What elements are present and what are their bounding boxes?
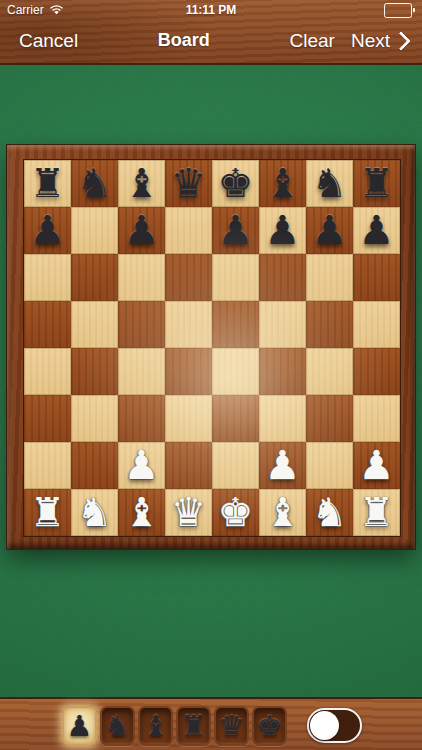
tray-bishop-button[interactable]: ♝: [138, 706, 173, 746]
square-a1[interactable]: ♜: [24, 489, 71, 536]
black-queen: ♛: [171, 160, 207, 207]
square-b2[interactable]: [71, 442, 118, 489]
white-king: ♚: [218, 489, 254, 536]
white-rook: ♜: [359, 489, 395, 536]
tray-pawn-button[interactable]: ♟: [62, 706, 97, 746]
square-b7[interactable]: [71, 207, 118, 254]
square-h1[interactable]: ♜: [353, 489, 400, 536]
square-a3[interactable]: [24, 395, 71, 442]
square-f5[interactable]: [259, 301, 306, 348]
square-c7[interactable]: ♟: [118, 207, 165, 254]
square-e7[interactable]: ♟: [212, 207, 259, 254]
square-g6[interactable]: [306, 254, 353, 301]
black-king-icon: ♚: [257, 708, 283, 744]
black-rook-icon: ♜: [181, 708, 207, 744]
black-pawn: ♟: [218, 207, 254, 254]
square-g2[interactable]: [306, 442, 353, 489]
square-h5[interactable]: [353, 301, 400, 348]
black-queen-icon: ♛: [219, 708, 245, 744]
square-h8[interactable]: ♜: [353, 160, 400, 207]
next-button-label[interactable]: Next: [346, 26, 390, 56]
square-h3[interactable]: [353, 395, 400, 442]
square-e8[interactable]: ♚: [212, 160, 259, 207]
clear-button[interactable]: Clear: [285, 26, 340, 56]
square-h6[interactable]: [353, 254, 400, 301]
board-frame: ♜♞♝♛♚♝♞♜♟♟♟♟♟♟♟♟♟♜♞♝♛♚♝♞♜: [7, 145, 415, 549]
square-f3[interactable]: [259, 395, 306, 442]
square-d5[interactable]: [165, 301, 212, 348]
square-g1[interactable]: ♞: [306, 489, 353, 536]
clock: 11:11 PM: [127, 3, 295, 17]
square-e2[interactable]: [212, 442, 259, 489]
tray-king-button[interactable]: ♚: [252, 706, 287, 746]
square-e3[interactable]: [212, 395, 259, 442]
white-pawn: ♟: [124, 442, 160, 489]
square-g7[interactable]: ♟: [306, 207, 353, 254]
square-g4[interactable]: [306, 348, 353, 395]
white-pawn: ♟: [265, 442, 301, 489]
header: Carrier 11:11 PM Cancel Board Clear Next: [0, 0, 422, 65]
square-d1[interactable]: ♛: [165, 489, 212, 536]
square-a8[interactable]: ♜: [24, 160, 71, 207]
square-c8[interactable]: ♝: [118, 160, 165, 207]
square-b1[interactable]: ♞: [71, 489, 118, 536]
white-bishop: ♝: [265, 489, 301, 536]
square-d3[interactable]: [165, 395, 212, 442]
chess-board: ♜♞♝♛♚♝♞♜♟♟♟♟♟♟♟♟♟♜♞♝♛♚♝♞♜: [23, 159, 401, 537]
square-g3[interactable]: [306, 395, 353, 442]
square-b8[interactable]: ♞: [71, 160, 118, 207]
square-f1[interactable]: ♝: [259, 489, 306, 536]
black-knight: ♞: [77, 160, 113, 207]
square-a2[interactable]: [24, 442, 71, 489]
status-bar: Carrier 11:11 PM: [0, 0, 422, 20]
square-f6[interactable]: [259, 254, 306, 301]
square-f7[interactable]: ♟: [259, 207, 306, 254]
square-h7[interactable]: ♟: [353, 207, 400, 254]
square-f8[interactable]: ♝: [259, 160, 306, 207]
page-title: Board: [83, 30, 284, 51]
black-rook: ♜: [359, 160, 395, 207]
square-f2[interactable]: ♟: [259, 442, 306, 489]
square-b3[interactable]: [71, 395, 118, 442]
cancel-button[interactable]: Cancel: [14, 26, 83, 56]
square-c6[interactable]: [118, 254, 165, 301]
battery-icon: [384, 3, 415, 18]
black-pawn: ♟: [359, 207, 395, 254]
square-e6[interactable]: [212, 254, 259, 301]
square-c4[interactable]: [118, 348, 165, 395]
black-bishop: ♝: [124, 160, 160, 207]
square-a5[interactable]: [24, 301, 71, 348]
square-d7[interactable]: [165, 207, 212, 254]
square-d6[interactable]: [165, 254, 212, 301]
square-b4[interactable]: [71, 348, 118, 395]
tray-queen-button[interactable]: ♛: [214, 706, 249, 746]
square-h2[interactable]: ♟: [353, 442, 400, 489]
white-bishop: ♝: [124, 489, 160, 536]
square-c5[interactable]: [118, 301, 165, 348]
square-d8[interactable]: ♛: [165, 160, 212, 207]
square-g8[interactable]: ♞: [306, 160, 353, 207]
square-d2[interactable]: [165, 442, 212, 489]
tray-knight-button[interactable]: ♞: [100, 706, 135, 746]
white-knight: ♞: [77, 489, 113, 536]
tray-rook-button[interactable]: ♜: [176, 706, 211, 746]
wifi-icon: [49, 4, 64, 16]
chevron-right-icon: [391, 31, 411, 51]
black-pawn: ♟: [265, 207, 301, 254]
piece-toolbar: ♟♞♝♜♛♚: [0, 697, 422, 750]
black-pawn: ♟: [312, 207, 348, 254]
square-e5[interactable]: [212, 301, 259, 348]
square-g5[interactable]: [306, 301, 353, 348]
black-king: ♚: [218, 160, 254, 207]
square-c3[interactable]: [118, 395, 165, 442]
piece-tray: ♟♞♝♜♛♚: [62, 706, 287, 746]
carrier-label: Carrier: [7, 3, 44, 17]
square-e4[interactable]: [212, 348, 259, 395]
square-a6[interactable]: [24, 254, 71, 301]
square-a7[interactable]: ♟: [24, 207, 71, 254]
square-h4[interactable]: [353, 348, 400, 395]
next-button[interactable]: Next: [346, 26, 408, 56]
white-queen: ♛: [171, 489, 207, 536]
toggle-knob[interactable]: [310, 711, 339, 740]
square-c1[interactable]: ♝: [118, 489, 165, 536]
black-bishop-icon: ♝: [143, 708, 169, 744]
square-b5[interactable]: [71, 301, 118, 348]
black-rook: ♜: [30, 160, 66, 207]
square-b6[interactable]: [71, 254, 118, 301]
white-rook: ♜: [30, 489, 66, 536]
square-f4[interactable]: [259, 348, 306, 395]
piece-color-toggle[interactable]: [307, 708, 362, 743]
white-knight: ♞: [312, 489, 348, 536]
black-pawn-icon: ♟: [67, 708, 93, 744]
black-knight: ♞: [312, 160, 348, 207]
white-pawn: ♟: [359, 442, 395, 489]
nav-bar: Cancel Board Clear Next: [0, 20, 422, 61]
black-bishop: ♝: [265, 160, 301, 207]
square-c2[interactable]: ♟: [118, 442, 165, 489]
square-a4[interactable]: [24, 348, 71, 395]
black-pawn: ♟: [30, 207, 66, 254]
black-knight-icon: ♞: [105, 708, 131, 744]
square-e1[interactable]: ♚: [212, 489, 259, 536]
square-d4[interactable]: [165, 348, 212, 395]
black-pawn: ♟: [124, 207, 160, 254]
